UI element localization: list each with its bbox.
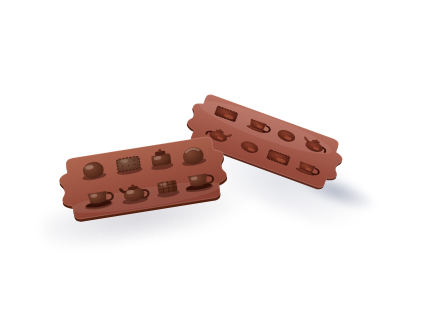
product-photo — [0, 0, 423, 318]
front-mold-svg — [52, 130, 235, 226]
front-mold — [52, 130, 235, 226]
